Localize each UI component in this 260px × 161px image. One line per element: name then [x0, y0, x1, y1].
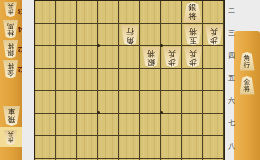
board-cell-8-5[interactable]: [56, 69, 77, 92]
board-cell-7-7[interactable]: [77, 114, 98, 137]
hand-count: 2: [16, 65, 24, 74]
piece-kanji: 行: [126, 26, 134, 35]
piece-kanji: 将: [7, 61, 14, 68]
board-cell-5-5[interactable]: [119, 69, 140, 92]
rank-label-八: 八: [226, 142, 237, 151]
piece-kanji: 将: [7, 41, 14, 48]
board-cell-1-9[interactable]: [203, 159, 224, 161]
board-cell-3-9[interactable]: [161, 159, 182, 161]
board-cell-2-8[interactable]: [182, 136, 203, 159]
piece-kanji: 兵: [210, 26, 218, 35]
board-cell-3-3[interactable]: [161, 24, 182, 47]
board-cell-4-3[interactable]: [140, 24, 161, 47]
piece-kanji: 兵: [189, 48, 197, 57]
piece-kanji: 飛: [7, 115, 14, 123]
board-cell-8-2[interactable]: [56, 1, 77, 24]
board-cell-3-8[interactable]: [161, 136, 182, 159]
board-cell-5-7[interactable]: [119, 114, 140, 137]
board-cell-5-2[interactable]: [119, 1, 140, 24]
board-cell-4-9[interactable]: [140, 159, 161, 161]
board-cell-5-4[interactable]: [119, 46, 140, 69]
board-cell-7-8[interactable]: [77, 136, 98, 159]
piece-kanji: 銀: [7, 48, 14, 55]
board-cell-9-2[interactable]: [35, 1, 56, 24]
piece-kanji: 金: [7, 68, 14, 75]
board-cell-6-5[interactable]: [98, 69, 119, 92]
board-cell-8-9[interactable]: [56, 159, 77, 161]
board-cell-3-5[interactable]: [161, 69, 182, 92]
board-cell-6-6[interactable]: [98, 91, 119, 114]
shogi-piece-角行[interactable]: 角行: [240, 52, 255, 71]
hoshi-dot: [97, 111, 100, 114]
piece-kanji: 兵: [168, 48, 176, 57]
board-cell-1-7[interactable]: [203, 114, 224, 137]
hand-count: 2: [16, 45, 24, 54]
board-cell-8-6[interactable]: [56, 91, 77, 114]
board-cell-2-7[interactable]: [182, 114, 203, 137]
board-cell-9-8[interactable]: [35, 136, 56, 159]
hand-count: 4: [16, 25, 24, 34]
piece-kanji: 兵: [7, 130, 13, 136]
board-cell-7-4[interactable]: [77, 46, 98, 69]
board-cell-7-9[interactable]: [77, 159, 98, 161]
board-cell-1-6[interactable]: [203, 91, 224, 114]
piece-kanji: 歩: [168, 57, 176, 66]
board-cell-6-3[interactable]: [98, 24, 119, 47]
board-cell-7-2[interactable]: [77, 1, 98, 24]
board-cell-7-5[interactable]: [77, 69, 98, 92]
piece-kanji: 兵: [7, 3, 13, 9]
board-cell-5-8[interactable]: [119, 136, 140, 159]
board-cell-2-9[interactable]: [182, 159, 203, 161]
board-cell-4-6[interactable]: [140, 91, 161, 114]
board-cell-8-4[interactable]: [56, 46, 77, 69]
piece-kanji: 将: [244, 86, 251, 93]
board-cell-8-3[interactable]: [56, 24, 77, 47]
board-cell-2-5[interactable]: [182, 69, 203, 92]
board-cell-9-3[interactable]: [35, 24, 56, 47]
board-cell-6-7[interactable]: [98, 114, 119, 137]
board-cell-4-5[interactable]: [140, 69, 161, 92]
board-cell-5-6[interactable]: [119, 91, 140, 114]
board-cell-9-6[interactable]: [35, 91, 56, 114]
piece-kanji: 歩: [7, 136, 13, 142]
hoshi-dot: [97, 44, 100, 47]
board-cell-9-7[interactable]: [35, 114, 56, 137]
piece-kanji: 歩: [189, 57, 197, 66]
rank-label-四: 四: [226, 52, 237, 61]
board-cell-9-9[interactable]: [35, 159, 56, 161]
rank-label-七: 七: [226, 119, 237, 128]
rank-label-二: 二: [226, 7, 237, 16]
piece-kanji: 将: [147, 48, 155, 57]
shogi-piece-歩兵[interactable]: 歩兵: [4, 2, 17, 17]
board-cell-6-2[interactable]: [98, 1, 119, 24]
board-cell-9-4[interactable]: [35, 46, 56, 69]
gote-hand-tray: 歩兵3桂馬4銀将2金将2飛車歩兵: [0, 0, 22, 160]
board-cell-3-2[interactable]: [161, 1, 182, 24]
piece-kanji: 将: [189, 26, 197, 35]
hoshi-dot: [160, 44, 163, 47]
board-cell-1-8[interactable]: [203, 136, 224, 159]
board-cell-8-7[interactable]: [56, 114, 77, 137]
rank-label-五: 五: [226, 74, 237, 83]
piece-kanji: 車: [7, 107, 14, 115]
piece-kanji: 将: [189, 13, 197, 22]
board-cell-1-2[interactable]: [203, 1, 224, 24]
board-cell-3-7[interactable]: [161, 114, 182, 137]
board-cell-3-6[interactable]: [161, 91, 182, 114]
board-cell-6-9[interactable]: [98, 159, 119, 161]
piece-kanji: 歩: [7, 9, 13, 15]
board-cell-1-4[interactable]: [203, 46, 224, 69]
shogi-piece-金将[interactable]: 金将: [240, 76, 255, 95]
board-cell-4-7[interactable]: [140, 114, 161, 137]
board-cell-2-6[interactable]: [182, 91, 203, 114]
board-cell-4-2[interactable]: [140, 1, 161, 24]
shogi-app-screen: 歩兵3桂馬4銀将2金将2飛車歩兵 角行金将 二三四五六七八銀将角行玉将歩兵銀将歩…: [0, 0, 260, 160]
piece-kanji: 馬: [7, 21, 14, 28]
board-cell-5-9[interactable]: [119, 159, 140, 161]
hoshi-dot: [160, 111, 163, 114]
shogi-piece-飛車[interactable]: 飛車: [3, 106, 20, 126]
piece-kanji: 銀: [147, 57, 155, 66]
rank-label-三: 三: [226, 29, 237, 38]
rank-label-六: 六: [226, 97, 237, 106]
board-cell-4-8[interactable]: [140, 136, 161, 159]
board-cell-8-8[interactable]: [56, 136, 77, 159]
board-cell-9-5[interactable]: [35, 69, 56, 92]
sente-hand-tray: 角行金将: [234, 31, 260, 160]
board-cell-6-8[interactable]: [98, 136, 119, 159]
board-cell-1-5[interactable]: [203, 69, 224, 92]
board-cell-7-6[interactable]: [77, 91, 98, 114]
shogi-board: [34, 0, 225, 160]
board-cell-7-3[interactable]: [77, 24, 98, 47]
board-cell-6-4[interactable]: [98, 46, 119, 69]
board-cells: [35, 1, 224, 160]
hand-count: 3: [16, 7, 24, 16]
piece-kanji: 行: [244, 62, 251, 69]
